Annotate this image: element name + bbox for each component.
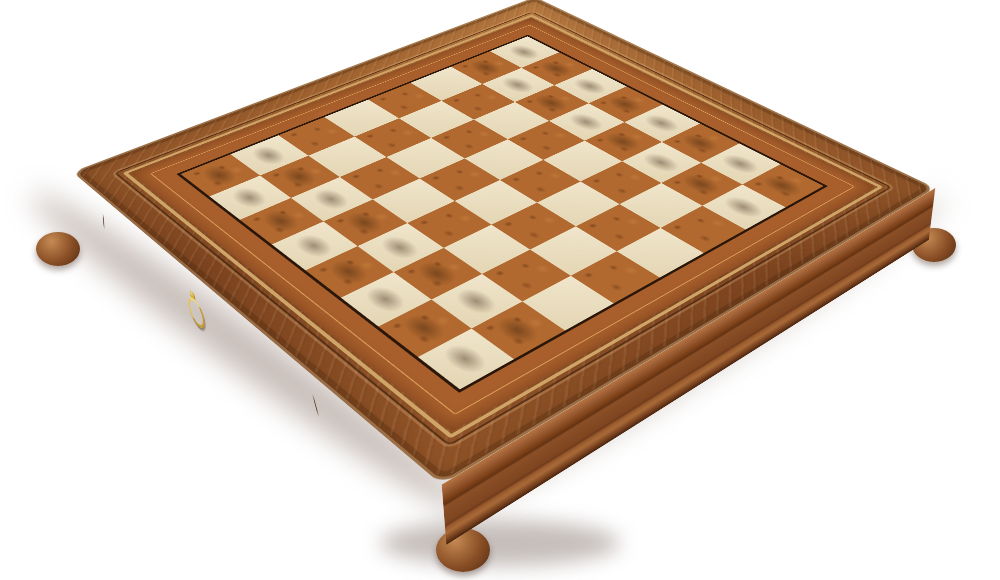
piece-shadow [356,281,415,318]
piece-glyph: ♟ [477,307,554,332]
square-h4[interactable] [571,251,660,303]
square-g4[interactable] [530,226,617,275]
piece-glyph: ♟ [398,252,473,275]
ring-pull-hoop-icon [187,292,207,333]
piece-glyph: ♜ [412,327,514,361]
piece-glyph: ♞ [365,293,480,330]
piece-glyph: ♟ [486,71,545,86]
piece-glyph: ♟ [626,146,690,164]
piece-shadow [446,283,506,320]
square-g3[interactable] [482,250,571,302]
piece-glyph: ♟ [436,279,512,303]
square-g2[interactable]: ♟ [431,274,522,329]
square-f1[interactable]: ♝ [341,272,432,326]
scene-perspective: ♜♞♝♛♚♝♞♜♟♟♟♟♟♟♟♟♟♟♟♟♟♟♟♟♜♞♝♛♚♝♞♜ [0,0,1000,580]
piece-glyph: ♟ [665,167,731,186]
square-e1[interactable]: ♚ [305,246,393,298]
piece-glyph: ♟ [455,54,514,68]
piece-glyph: ♟ [706,188,774,208]
piece-shadow [486,311,548,351]
piece-shadow [320,254,377,289]
square-e3[interactable] [407,201,491,248]
piece-shadow [408,256,466,291]
chess-case: ♜♞♝♛♚♝♞♜♟♟♟♟♟♟♟♟♟♟♟♟♟♟♟♟♜♞♝♛♚♝♞♜ [72,0,935,485]
square-e4[interactable] [455,180,537,225]
square-h1[interactable]: ♜ [418,329,514,390]
piece-glyph: ♜ [735,163,821,187]
drawer-seam-left [103,213,105,229]
chess-set-photo: ♜♞♝♛♚♝♞♜♟♟♟♟♟♟♟♟♟♟♟♟♟♟♟♟♜♞♝♛♚♝♞♜ [0,0,1000,580]
square-g6[interactable] [620,183,703,228]
piece-glyph: ♟ [589,126,651,143]
drawer-ring-pull[interactable] [185,286,204,328]
piece-shadow [393,309,454,348]
square-f2[interactable]: ♟ [394,248,482,300]
square-f3[interactable] [444,225,530,274]
drawer-seam-right [312,393,319,417]
